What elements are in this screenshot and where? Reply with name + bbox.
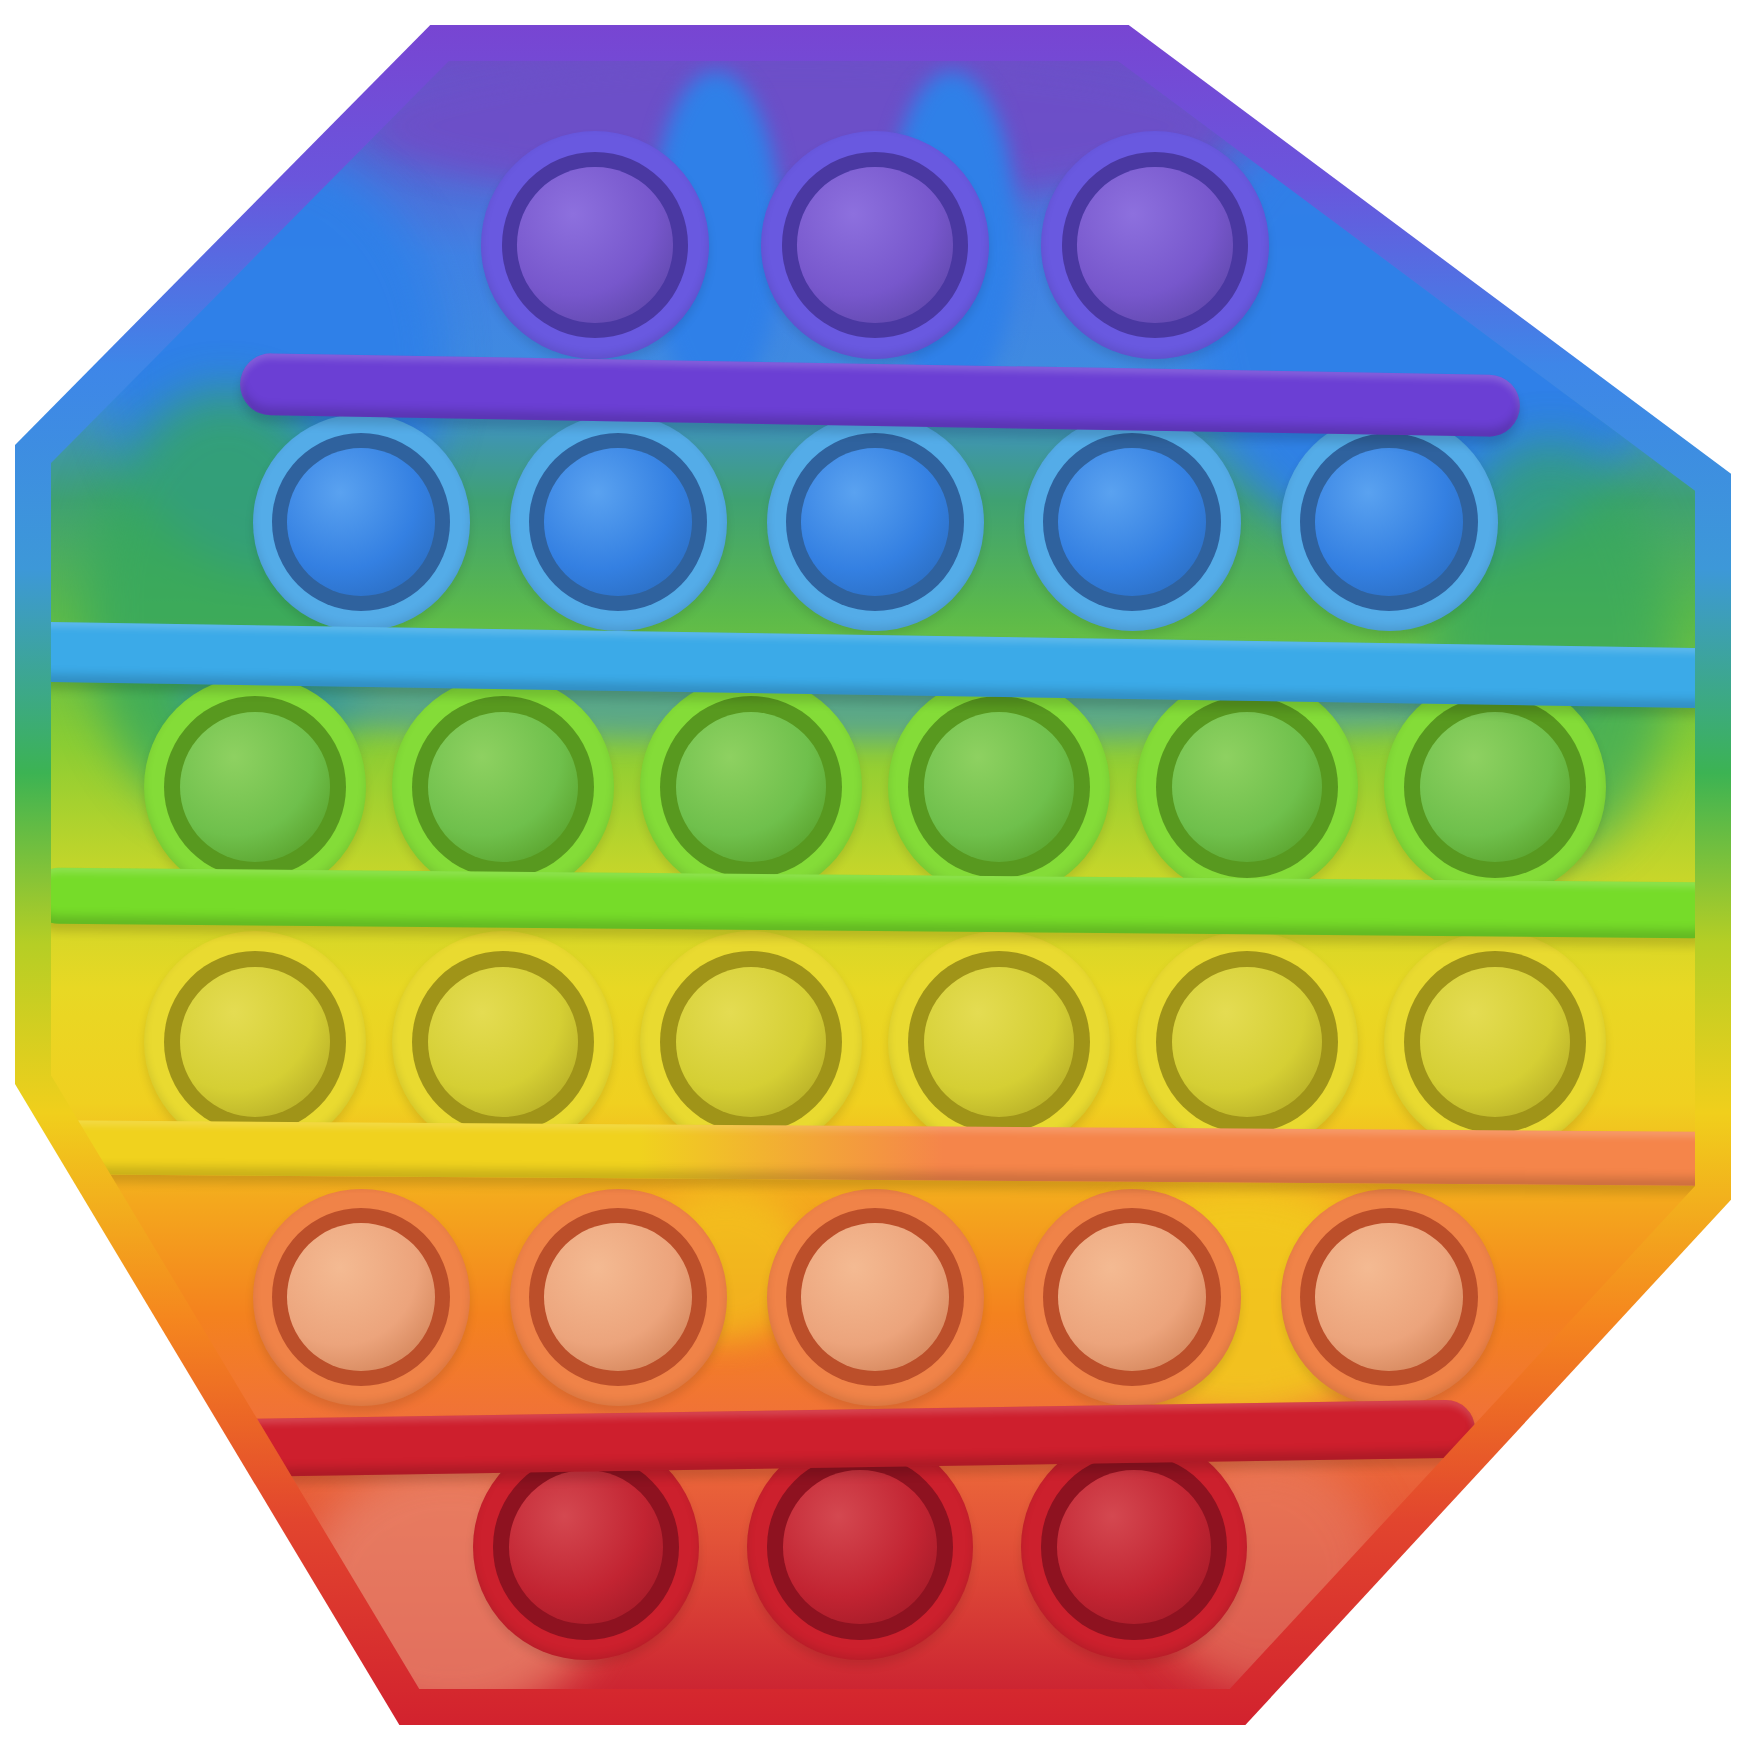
bubble-dome	[428, 712, 579, 863]
bubble-yellow-5[interactable]	[1136, 931, 1358, 1153]
bubble-dome	[801, 1223, 949, 1371]
bubble-row-purple	[481, 131, 1269, 359]
bubble-green-3[interactable]	[640, 676, 862, 898]
bubble-row-blue	[253, 414, 1498, 631]
row-divider-red-bar	[145, 1400, 1476, 1479]
bubble-green-2[interactable]	[392, 676, 614, 898]
bubble-dome	[676, 712, 827, 863]
bubble-dome	[1315, 1223, 1463, 1371]
bubble-purple-2[interactable]	[761, 131, 989, 359]
bubble-dome	[544, 1223, 692, 1371]
popit-toy-rim	[15, 25, 1731, 1725]
bubble-green-1[interactable]	[144, 676, 366, 898]
bubble-dome	[180, 712, 331, 863]
bubble-dome	[924, 967, 1075, 1118]
bubble-dome	[287, 448, 435, 596]
bubble-dome	[676, 967, 827, 1118]
bubble-dome	[1058, 448, 1206, 596]
bubble-dome	[180, 967, 331, 1118]
bubble-yellow-4[interactable]	[888, 931, 1110, 1153]
bubble-dome	[924, 712, 1075, 863]
bubble-orange-2[interactable]	[510, 1189, 727, 1406]
bubble-blue-4[interactable]	[1024, 414, 1241, 631]
bubble-blue-1[interactable]	[253, 414, 470, 631]
bubble-dome	[287, 1223, 435, 1371]
bubble-dome	[1172, 967, 1323, 1118]
bubble-dome	[783, 1470, 937, 1624]
bubble-dome	[1077, 167, 1232, 322]
bubble-red-3[interactable]	[1021, 1434, 1247, 1660]
bubble-blue-3[interactable]	[767, 414, 984, 631]
bubble-dome	[428, 967, 579, 1118]
bubble-purple-3[interactable]	[1041, 131, 1269, 359]
bubble-dome	[1172, 712, 1323, 863]
bubble-orange-5[interactable]	[1281, 1189, 1498, 1406]
bubble-blue-2[interactable]	[510, 414, 727, 631]
bubble-green-4[interactable]	[888, 676, 1110, 898]
bubble-orange-1[interactable]	[253, 1189, 470, 1406]
bubble-yellow-2[interactable]	[392, 931, 614, 1153]
bubble-yellow-6[interactable]	[1384, 931, 1606, 1153]
photo-canvas	[0, 0, 1747, 1760]
bubble-row-yellow	[144, 931, 1606, 1153]
row-divider-yellow-orange-bar	[31, 1120, 1721, 1186]
bubble-dome	[509, 1470, 663, 1624]
bubble-dome	[1420, 967, 1571, 1118]
bubble-dome	[797, 167, 952, 322]
bubble-dome	[1420, 712, 1571, 863]
bubble-yellow-1[interactable]	[144, 931, 366, 1153]
bubble-dome	[544, 448, 692, 596]
bubble-dome	[1058, 1223, 1206, 1371]
bubble-blue-5[interactable]	[1281, 414, 1498, 631]
bubble-purple-1[interactable]	[481, 131, 709, 359]
bubble-dome	[1057, 1470, 1211, 1624]
bubble-row-orange	[253, 1189, 1498, 1406]
bubble-dome	[801, 448, 949, 596]
bubble-yellow-3[interactable]	[640, 931, 862, 1153]
bubble-green-5[interactable]	[1136, 676, 1358, 898]
popit-recessed-tray	[51, 61, 1695, 1689]
bubble-orange-3[interactable]	[767, 1189, 984, 1406]
bubble-dome	[1315, 448, 1463, 596]
bubble-dome	[517, 167, 672, 322]
bubble-green-6[interactable]	[1384, 676, 1606, 898]
bubble-orange-4[interactable]	[1024, 1189, 1241, 1406]
bubble-row-green	[144, 676, 1606, 898]
